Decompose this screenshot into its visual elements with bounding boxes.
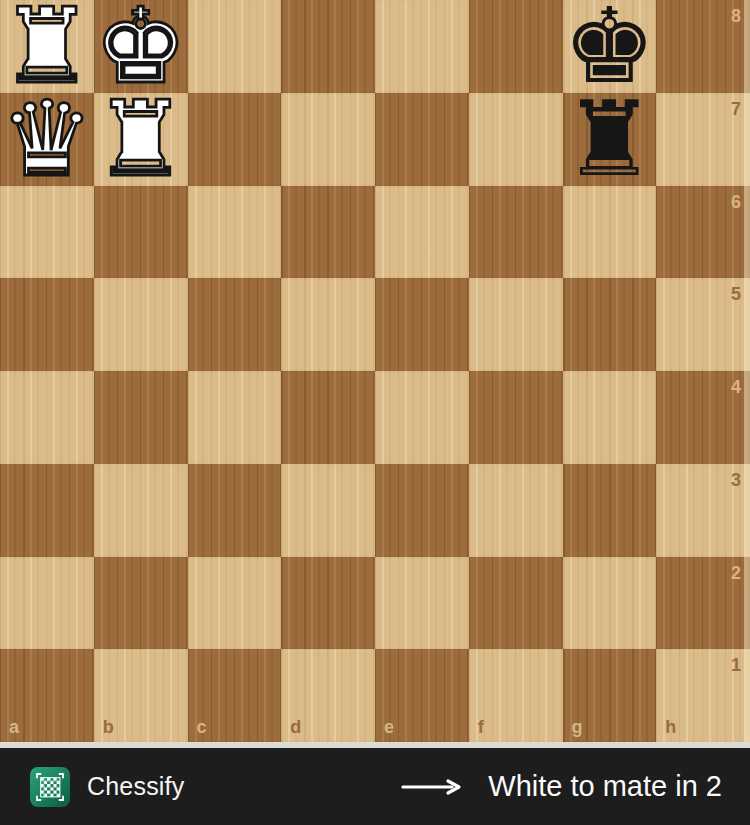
square-b4[interactable] xyxy=(94,371,188,464)
square-d8[interactable] xyxy=(281,0,375,93)
chessify-logo-icon xyxy=(30,767,70,807)
square-e7[interactable] xyxy=(375,93,469,186)
square-a5[interactable] xyxy=(0,278,94,371)
chess-board: ♜♚♚8♛♜♜765432abcdefg1h xyxy=(0,0,750,742)
rank-label-3: 3 xyxy=(731,471,741,489)
square-c2[interactable] xyxy=(188,557,282,650)
square-b7[interactable]: ♜ xyxy=(94,93,188,186)
file-label-a: a xyxy=(9,718,19,736)
square-d5[interactable] xyxy=(281,278,375,371)
puzzle-task-text: White to mate in 2 xyxy=(488,770,722,803)
square-f7[interactable] xyxy=(469,93,563,186)
square-b3[interactable] xyxy=(94,464,188,557)
square-f6[interactable] xyxy=(469,186,563,279)
piece-white-rook[interactable]: ♜ xyxy=(94,93,187,185)
square-b6[interactable] xyxy=(94,186,188,279)
screen: ♜♚♚8♛♜♜765432abcdefg1h Chessify xyxy=(0,0,750,825)
file-label-f: f xyxy=(478,718,484,736)
square-g7[interactable]: ♜ xyxy=(563,93,657,186)
rank-label-8: 8 xyxy=(731,7,741,25)
square-d6[interactable] xyxy=(281,186,375,279)
square-b5[interactable] xyxy=(94,278,188,371)
rank-label-1: 1 xyxy=(731,656,741,674)
square-g2[interactable] xyxy=(563,557,657,650)
square-e6[interactable] xyxy=(375,186,469,279)
long-right-arrow-icon xyxy=(400,778,462,796)
square-g4[interactable] xyxy=(563,371,657,464)
square-b2[interactable] xyxy=(94,557,188,650)
rank-label-4: 4 xyxy=(731,378,741,396)
file-label-e: e xyxy=(384,718,394,736)
square-h1[interactable]: 1h xyxy=(656,649,750,742)
square-e4[interactable] xyxy=(375,371,469,464)
square-d2[interactable] xyxy=(281,557,375,650)
square-c3[interactable] xyxy=(188,464,282,557)
square-h6[interactable]: 6 xyxy=(656,186,750,279)
square-e2[interactable] xyxy=(375,557,469,650)
square-g5[interactable] xyxy=(563,278,657,371)
square-d7[interactable] xyxy=(281,93,375,186)
square-h8[interactable]: 8 xyxy=(656,0,750,93)
square-e1[interactable]: e xyxy=(375,649,469,742)
square-a4[interactable] xyxy=(0,371,94,464)
footer-bar: Chessify White to mate in 2 xyxy=(0,748,750,825)
square-f5[interactable] xyxy=(469,278,563,371)
square-e3[interactable] xyxy=(375,464,469,557)
file-label-d: d xyxy=(290,718,301,736)
square-d3[interactable] xyxy=(281,464,375,557)
file-label-c: c xyxy=(197,718,207,736)
square-g3[interactable] xyxy=(563,464,657,557)
square-h4[interactable]: 4 xyxy=(656,371,750,464)
square-c6[interactable] xyxy=(188,186,282,279)
file-label-g: g xyxy=(572,718,583,736)
brand-name: Chessify xyxy=(87,772,184,801)
square-d4[interactable] xyxy=(281,371,375,464)
square-c5[interactable] xyxy=(188,278,282,371)
square-f1[interactable]: f xyxy=(469,649,563,742)
square-d1[interactable]: d xyxy=(281,649,375,742)
square-b1[interactable]: b xyxy=(94,649,188,742)
square-h7[interactable]: 7 xyxy=(656,93,750,186)
square-h3[interactable]: 3 xyxy=(656,464,750,557)
square-g1[interactable]: g xyxy=(563,649,657,742)
file-label-h: h xyxy=(665,718,676,736)
square-e8[interactable] xyxy=(375,0,469,93)
file-label-b: b xyxy=(103,718,114,736)
square-e5[interactable] xyxy=(375,278,469,371)
square-a6[interactable] xyxy=(0,186,94,279)
square-c1[interactable]: c xyxy=(188,649,282,742)
square-a3[interactable] xyxy=(0,464,94,557)
rank-label-5: 5 xyxy=(731,285,741,303)
piece-black-rook[interactable]: ♜ xyxy=(563,93,656,185)
square-f8[interactable] xyxy=(469,0,563,93)
rank-label-2: 2 xyxy=(731,564,741,582)
rank-label-7: 7 xyxy=(731,100,741,118)
square-a1[interactable]: a xyxy=(0,649,94,742)
square-c4[interactable] xyxy=(188,371,282,464)
square-c8[interactable] xyxy=(188,0,282,93)
square-g6[interactable] xyxy=(563,186,657,279)
square-h2[interactable]: 2 xyxy=(656,557,750,650)
square-c7[interactable] xyxy=(188,93,282,186)
square-a2[interactable] xyxy=(0,557,94,650)
square-f3[interactable] xyxy=(469,464,563,557)
piece-white-queen[interactable]: ♛ xyxy=(0,93,93,185)
square-f2[interactable] xyxy=(469,557,563,650)
square-a7[interactable]: ♛ xyxy=(0,93,94,186)
square-h5[interactable]: 5 xyxy=(656,278,750,371)
square-f4[interactable] xyxy=(469,371,563,464)
rank-label-6: 6 xyxy=(731,193,741,211)
